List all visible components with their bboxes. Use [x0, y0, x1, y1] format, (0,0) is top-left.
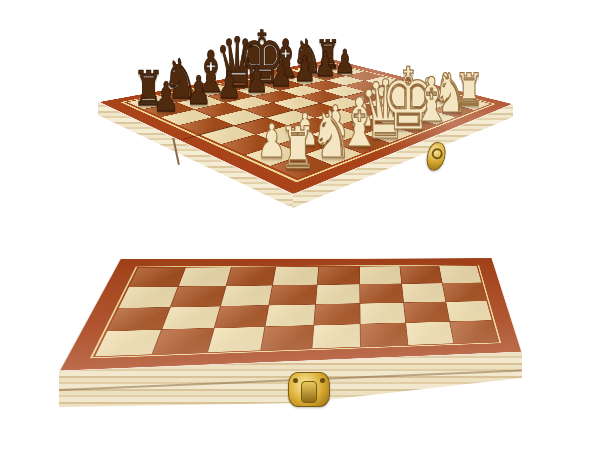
closed-box-top [59, 258, 522, 371]
lid-square-r1c2 [179, 267, 231, 286]
lid-square-r3c1 [108, 307, 170, 331]
brass-latch-closed-icon [288, 372, 330, 407]
lid-square-r3c3 [215, 305, 269, 328]
lid-square-r2c2 [171, 286, 226, 307]
latch-ring-icon [430, 147, 443, 160]
lid-square-r3c2 [162, 306, 220, 329]
screw-icon [320, 378, 325, 383]
lid-square-r2c3 [221, 285, 272, 305]
lid-square-r1c3 [226, 267, 275, 286]
closed-box-pinstripe-border [90, 265, 501, 359]
lid-square-r4c4 [261, 326, 313, 351]
product-photo-scene: ♜♞♝♛♚♝♞♜♟♟♟♟♟♟♟♟♟♟♟♟♟♟♟♟♜♞♝♛♚♝♞♜ [0, 0, 600, 450]
lid-square-r2c7 [402, 283, 445, 302]
lid-square-r4c8 [450, 321, 497, 344]
lid-square-r1c8 [439, 266, 481, 283]
lid-square-r4c7 [406, 322, 453, 345]
lid-square-r4c2 [153, 328, 214, 354]
lid-square-r4c3 [208, 327, 264, 352]
lid-square-r3c5 [314, 303, 360, 325]
screw-icon [293, 378, 298, 383]
lid-square-r3c4 [265, 304, 315, 326]
lid-square-r3c8 [446, 301, 491, 321]
lid-square-r3c7 [404, 302, 449, 323]
lid-square-r2c8 [443, 283, 487, 302]
closed-box-grid [95, 266, 498, 356]
lid-square-r2c1 [119, 287, 178, 308]
lid-square-r3c6 [361, 303, 406, 324]
lid-square-r1c5 [317, 267, 359, 285]
lid-square-r1c4 [273, 267, 318, 285]
latch-hook-icon [301, 381, 317, 403]
lid-square-r4c5 [312, 324, 360, 348]
lid-square-r1c7 [400, 266, 442, 283]
lid-square-r2c5 [316, 284, 360, 304]
lid-square-r1c6 [360, 266, 401, 284]
lid-square-r4c6 [361, 323, 408, 347]
lid-square-r2c6 [360, 284, 403, 303]
lid-square-r1c1 [129, 268, 185, 287]
open-board-top [98, 59, 513, 195]
lid-square-r2c4 [269, 285, 316, 305]
lid-square-r4c1 [95, 330, 161, 356]
